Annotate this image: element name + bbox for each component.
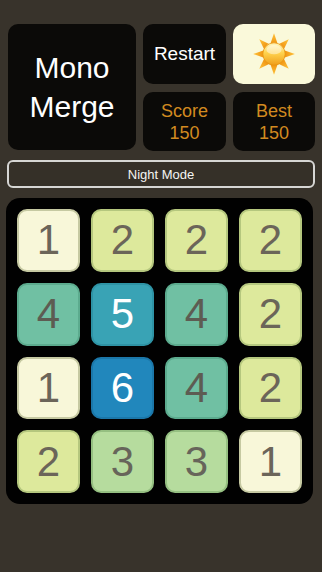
tile[interactable]: 4	[17, 283, 80, 346]
board[interactable]: 1222454216422331	[6, 198, 313, 504]
tile[interactable]: 6	[91, 357, 154, 420]
tile[interactable]: 3	[91, 430, 154, 493]
app-title-line1: Mono	[34, 48, 109, 87]
tile[interactable]: 2	[239, 283, 302, 346]
day-mode-button[interactable]	[233, 24, 315, 84]
tile[interactable]: 4	[165, 283, 228, 346]
tile[interactable]: 2	[165, 209, 228, 272]
restart-button[interactable]: Restart	[143, 24, 226, 84]
tile[interactable]: 2	[239, 357, 302, 420]
best-value: 150	[259, 122, 289, 144]
best-label: Best	[256, 100, 292, 122]
sun-icon	[251, 31, 297, 77]
tile[interactable]: 4	[165, 357, 228, 420]
score-label: Score	[161, 100, 208, 122]
best-display: Best 150	[233, 92, 315, 151]
night-mode-button[interactable]: Night Mode	[7, 160, 315, 188]
tile[interactable]: 2	[17, 430, 80, 493]
score-display: Score 150	[143, 92, 226, 151]
app-title: Mono Merge	[8, 24, 136, 150]
tile[interactable]: 1	[17, 209, 80, 272]
night-mode-label: Night Mode	[128, 167, 194, 182]
tile[interactable]: 1	[239, 430, 302, 493]
tile[interactable]: 1	[17, 357, 80, 420]
tile[interactable]: 2	[91, 209, 154, 272]
tile[interactable]: 5	[91, 283, 154, 346]
app-title-line2: Merge	[29, 87, 114, 126]
restart-button-label: Restart	[154, 43, 215, 65]
tile[interactable]: 2	[239, 209, 302, 272]
app-screen: Mono Merge Restart	[0, 0, 322, 572]
score-value: 150	[169, 122, 199, 144]
tile[interactable]: 3	[165, 430, 228, 493]
